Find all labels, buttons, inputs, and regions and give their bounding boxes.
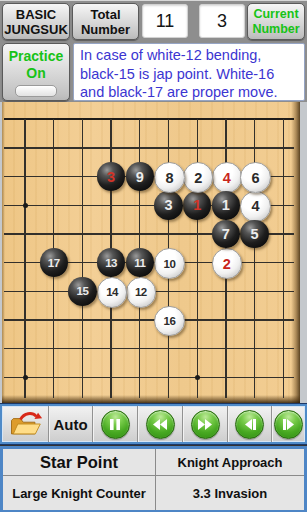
joseki-name-table: Star Point Knight Approach Large Knight … bbox=[0, 446, 307, 512]
stone-number: 11 bbox=[134, 257, 145, 269]
current-number-value-text: 3 bbox=[217, 11, 227, 32]
stone-white-10-P14: 10 bbox=[154, 248, 185, 279]
stone-number: 16 bbox=[164, 315, 176, 327]
stone-black-1-R16: 1 bbox=[212, 191, 241, 220]
stone-black-red-1-Q16: 1 bbox=[183, 191, 212, 220]
stone-number: 10 bbox=[164, 258, 176, 270]
stone-number: 12 bbox=[135, 286, 147, 298]
board-grid-hline bbox=[4, 118, 294, 120]
table-cell-33-invasion[interactable]: 3.3 Invasion bbox=[156, 476, 304, 510]
total-number-button[interactable]: Total Number bbox=[72, 3, 139, 40]
current-number-label-line2: Number bbox=[252, 22, 299, 37]
practice-state-label: On bbox=[26, 65, 45, 82]
total-number-label-line1: Total bbox=[90, 7, 120, 22]
stone-white-red-2-R14: 2 bbox=[212, 248, 243, 279]
stone-number: 5 bbox=[250, 226, 258, 242]
fast-forward-icon bbox=[191, 410, 220, 439]
board-grid-hline bbox=[4, 348, 294, 349]
stone-number: 2 bbox=[223, 256, 231, 272]
star-point bbox=[23, 375, 28, 380]
stone-black-3-P16: 3 bbox=[154, 191, 183, 220]
board-panel: 12341234567891011121314151617 bbox=[0, 102, 307, 404]
step-forward-icon bbox=[274, 410, 303, 439]
stone-black-13-N14: 13 bbox=[97, 248, 126, 277]
stone-number: 1 bbox=[222, 197, 230, 213]
board-grid-vline bbox=[283, 119, 284, 398]
stone-number: 1 bbox=[193, 197, 201, 213]
stone-black-17-L14: 17 bbox=[40, 248, 69, 277]
basic-jungsuk-label-line2: JUNGSUK bbox=[4, 22, 68, 37]
pause-button[interactable] bbox=[93, 406, 138, 442]
commentary-box: In case of white-12 bending, black-15 is… bbox=[73, 43, 305, 101]
board-grid-vline bbox=[24, 119, 25, 398]
stone-number: 14 bbox=[106, 286, 118, 298]
stone-white-red-4-R17: 4 bbox=[212, 162, 243, 193]
stone-black-5-S15: 5 bbox=[240, 220, 269, 249]
table-cell-large-knight-counter[interactable]: Large Knight Counter bbox=[3, 476, 156, 510]
step-forward-button[interactable] bbox=[272, 406, 305, 442]
stone-number: 6 bbox=[251, 170, 259, 186]
pause-icon bbox=[101, 410, 130, 439]
board-grid-hline bbox=[4, 319, 294, 320]
board-grid-vline bbox=[82, 119, 83, 398]
basic-jungsuk-button[interactable]: BASIC JUNGSUK bbox=[2, 3, 70, 40]
stone-black-red-3-N17: 3 bbox=[97, 162, 126, 191]
practice-on-button[interactable]: Practice On bbox=[2, 43, 70, 101]
current-number-label-line1: Current bbox=[253, 7, 298, 22]
basic-jungsuk-label-line1: BASIC bbox=[16, 7, 56, 22]
star-point bbox=[23, 203, 28, 208]
open-folder-icon bbox=[7, 410, 43, 438]
auto-label: Auto bbox=[53, 416, 87, 433]
star-point bbox=[195, 375, 200, 380]
stone-black-15-M13: 15 bbox=[68, 277, 97, 306]
rewind-button[interactable] bbox=[138, 406, 183, 442]
stone-white-14-N13: 14 bbox=[97, 277, 128, 308]
app-screen: BASIC JUNGSUK Total Number 11 3 Current … bbox=[0, 0, 307, 512]
stone-number: 7 bbox=[222, 226, 230, 242]
stone-number: 8 bbox=[165, 170, 173, 186]
current-number-button[interactable]: Current Number bbox=[247, 3, 305, 40]
stone-white-12-O13: 12 bbox=[126, 277, 157, 308]
commentary-line3: and black-17 are proper move. bbox=[80, 83, 298, 101]
step-back-button[interactable] bbox=[228, 406, 272, 442]
total-number-value-text: 11 bbox=[156, 11, 175, 32]
stone-white-6-S17: 6 bbox=[240, 162, 271, 193]
stone-white-2-Q17: 2 bbox=[183, 162, 214, 193]
board-grid-hline bbox=[4, 377, 294, 378]
go-board[interactable]: 12341234567891011121314151617 bbox=[2, 102, 300, 403]
stone-number: 9 bbox=[136, 169, 144, 185]
stone-number: 4 bbox=[223, 170, 231, 186]
table-cell-knight-approach[interactable]: Knight Approach bbox=[156, 449, 304, 476]
stone-number: 2 bbox=[194, 170, 202, 186]
playback-control-bar: Auto bbox=[0, 404, 307, 444]
commentary-line2: black-15 is jap point. White-16 bbox=[80, 65, 298, 84]
stone-white-4-S16: 4 bbox=[240, 191, 271, 222]
stone-black-11-O14: 11 bbox=[126, 248, 155, 277]
current-number-value: 3 bbox=[199, 4, 245, 38]
stone-black-7-R15: 7 bbox=[212, 220, 241, 249]
stone-black-9-O17: 9 bbox=[126, 162, 155, 191]
stone-number: 17 bbox=[48, 257, 60, 269]
stone-white-8-P17: 8 bbox=[154, 162, 185, 193]
commentary-line1: In case of white-12 bending, bbox=[80, 46, 298, 65]
stone-number: 15 bbox=[77, 285, 89, 297]
board-bottom-shadow bbox=[2, 395, 300, 403]
stone-number: 13 bbox=[105, 257, 117, 269]
open-file-button[interactable] bbox=[2, 406, 49, 442]
board-grid-vline bbox=[197, 119, 198, 398]
board-grid-vline bbox=[254, 119, 255, 398]
auto-button[interactable]: Auto bbox=[49, 406, 93, 442]
table-cell-star-point[interactable]: Star Point bbox=[3, 449, 156, 476]
stone-number: 3 bbox=[164, 197, 172, 213]
stone-white-16-P12: 16 bbox=[154, 306, 185, 337]
practice-label: Practice bbox=[9, 48, 63, 65]
stone-number: 3 bbox=[107, 169, 115, 185]
stone-number: 4 bbox=[251, 198, 259, 214]
practice-progress-pill bbox=[15, 85, 57, 97]
total-number-label-line2: Number bbox=[81, 22, 130, 37]
rewind-icon bbox=[146, 410, 175, 439]
total-number-value: 11 bbox=[142, 4, 188, 38]
fast-forward-button[interactable] bbox=[183, 406, 228, 442]
board-grid-hline bbox=[4, 147, 294, 148]
step-back-icon bbox=[235, 410, 264, 439]
